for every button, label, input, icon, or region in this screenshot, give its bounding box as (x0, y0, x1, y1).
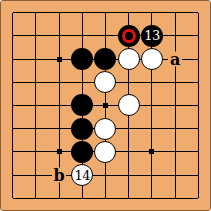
grid-line-vertical (175, 140, 176, 163)
grid-line-vertical (35, 117, 36, 140)
intersection-2-7 (24, 140, 47, 163)
grid-line-vertical (175, 117, 176, 140)
intersection-7-9 (140, 187, 163, 210)
grid-line-horizontal (13, 151, 25, 152)
grid-line-vertical (128, 13, 129, 25)
grid-line-vertical (35, 164, 36, 187)
intersection-2-3 (24, 47, 47, 70)
grid-line-vertical (12, 71, 13, 94)
grid-line-vertical (35, 47, 36, 70)
grid-line-horizontal (13, 128, 25, 129)
grid-line-vertical (175, 13, 176, 25)
intersection-5-8 (94, 164, 117, 187)
grid-line-vertical (12, 164, 13, 187)
hoshi-star-point (57, 57, 62, 62)
grid-line-vertical (175, 94, 176, 117)
intersection-4-4 (71, 71, 94, 94)
grid-line-vertical (35, 187, 36, 199)
intersection-8-9 (164, 187, 187, 210)
grid-line-vertical (175, 24, 176, 47)
black-stone (94, 48, 116, 70)
black-stone (71, 118, 93, 140)
intersection-6-6 (117, 117, 140, 140)
grid-line-horizontal (187, 128, 199, 129)
intersection-5-7 (94, 140, 117, 163)
intersection-9-3 (187, 47, 210, 70)
grid-line-horizontal (13, 175, 25, 176)
intersection-4-1 (71, 1, 94, 24)
intersection-1-7 (1, 140, 24, 163)
grid-line-vertical (151, 71, 152, 94)
intersection-1-3 (1, 47, 24, 70)
intersection-6-8 (117, 164, 140, 187)
grid-line-vertical (105, 164, 106, 187)
grid-line-vertical (198, 94, 199, 117)
grid-line-vertical (59, 13, 60, 25)
grid-line-vertical (35, 140, 36, 163)
intersection-5-9 (94, 187, 117, 210)
grid-line-vertical (59, 24, 60, 47)
grid-line-vertical (105, 13, 106, 25)
move-number: 13 (144, 29, 160, 42)
intersection-3-7 (47, 140, 70, 163)
intersection-3-3 (47, 47, 70, 70)
intersection-4-6 (71, 117, 94, 140)
grid-line-vertical (35, 24, 36, 47)
intersection-3-9 (47, 187, 70, 210)
intersection-3-2 (47, 24, 70, 47)
intersection-7-2: 13 (140, 24, 163, 47)
intersection-8-6 (164, 117, 187, 140)
intersection-4-8: 14 (71, 164, 94, 187)
intersection-7-3 (140, 47, 163, 70)
intersection-1-1 (1, 1, 24, 24)
intersection-3-4 (47, 71, 70, 94)
grid-line-vertical (12, 187, 13, 199)
intersection-6-4 (117, 71, 140, 94)
grid-line-vertical (128, 140, 129, 163)
intersection-7-8 (140, 164, 163, 187)
intersection-6-1 (117, 1, 140, 24)
intersection-3-8: b (47, 164, 70, 187)
intersection-3-5 (47, 94, 70, 117)
grid-line-vertical (12, 13, 13, 25)
grid-line-vertical (35, 94, 36, 117)
intersection-9-4 (187, 71, 210, 94)
intersection-1-4 (1, 71, 24, 94)
intersection-8-5 (164, 94, 187, 117)
intersection-6-3 (117, 47, 140, 70)
grid-line-horizontal (187, 105, 199, 106)
intersection-4-2 (71, 24, 94, 47)
intersection-9-7 (187, 140, 210, 163)
intersection-9-5 (187, 94, 210, 117)
black-stone (71, 141, 93, 163)
grid-line-vertical (59, 187, 60, 199)
grid-line-horizontal (187, 198, 199, 199)
grid-line-vertical (12, 24, 13, 47)
grid-line-vertical (151, 164, 152, 187)
intersection-5-5 (94, 94, 117, 117)
intersection-8-7 (164, 140, 187, 163)
grid-line-vertical (128, 187, 129, 199)
hoshi-star-point (57, 149, 62, 154)
grid-line-horizontal (13, 198, 25, 199)
grid-line-vertical (82, 13, 83, 25)
intersection-2-2 (24, 24, 47, 47)
grid-line-vertical (198, 164, 199, 187)
intersection-2-4 (24, 71, 47, 94)
grid-line-horizontal (13, 82, 25, 83)
grid-line-vertical (128, 117, 129, 140)
grid-line-vertical (151, 94, 152, 117)
grid-line-vertical (151, 13, 152, 25)
white-stone (94, 118, 116, 140)
intersection-3-1 (47, 1, 70, 24)
grid-line-vertical (105, 187, 106, 199)
grid-line-vertical (151, 187, 152, 199)
intersection-9-8 (187, 164, 210, 187)
intersection-1-6 (1, 117, 24, 140)
grid-line-vertical (59, 117, 60, 140)
intersection-4-5 (71, 94, 94, 117)
grid-line-vertical (35, 71, 36, 94)
grid-line-horizontal (13, 59, 25, 60)
intersection-1-2 (1, 24, 24, 47)
white-stone (94, 71, 116, 93)
grid-line-horizontal (187, 82, 199, 83)
grid-line-vertical (12, 140, 13, 163)
point-label-b: b (52, 168, 66, 183)
move-number: 14 (74, 169, 90, 182)
point-label-a: a (168, 52, 182, 67)
grid-line-vertical (128, 164, 129, 187)
intersection-1-5 (1, 94, 24, 117)
intersection-8-2 (164, 24, 187, 47)
grid-line-vertical (198, 187, 199, 199)
grid-line-vertical (198, 47, 199, 70)
go-board: 13ab14 (1, 1, 210, 210)
white-stone (94, 141, 116, 163)
intersection-6-2 (117, 24, 140, 47)
grid-line-vertical (175, 71, 176, 94)
go-board-frame: 13ab14 (0, 0, 211, 211)
intersection-9-6 (187, 117, 210, 140)
grid-line-horizontal (13, 12, 25, 13)
grid-line-vertical (198, 24, 199, 47)
intersection-7-6 (140, 117, 163, 140)
grid-line-vertical (59, 71, 60, 94)
grid-line-horizontal (13, 35, 25, 36)
white-stone (118, 94, 140, 116)
intersection-7-1 (140, 1, 163, 24)
grid-line-vertical (198, 13, 199, 25)
intersection-7-7 (140, 140, 163, 163)
grid-line-vertical (175, 164, 176, 187)
grid-line-horizontal (187, 59, 199, 60)
black-stone (71, 94, 93, 116)
intersection-5-6 (94, 117, 117, 140)
intersection-5-4 (94, 71, 117, 94)
intersection-5-1 (94, 1, 117, 24)
grid-line-horizontal (187, 151, 199, 152)
intersection-8-3: a (164, 47, 187, 70)
intersection-4-3 (71, 47, 94, 70)
intersection-7-5 (140, 94, 163, 117)
black-stone: 13 (141, 25, 163, 47)
grid-line-vertical (35, 13, 36, 25)
grid-line-vertical (59, 94, 60, 117)
grid-line-horizontal (187, 175, 199, 176)
grid-line-horizontal (187, 35, 199, 36)
grid-line-vertical (82, 71, 83, 94)
intersection-6-7 (117, 140, 140, 163)
intersection-4-7 (71, 140, 94, 163)
intersection-9-2 (187, 24, 210, 47)
grid-line-vertical (82, 24, 83, 47)
black-stone (118, 25, 140, 47)
intersection-5-2 (94, 24, 117, 47)
intersection-1-8 (1, 164, 24, 187)
grid-line-vertical (198, 71, 199, 94)
intersection-2-8 (24, 164, 47, 187)
intersection-3-6 (47, 117, 70, 140)
grid-line-horizontal (187, 12, 199, 13)
white-stone: 14 (71, 164, 93, 186)
white-stone (118, 48, 140, 70)
grid-line-vertical (105, 24, 106, 47)
intersection-5-3 (94, 47, 117, 70)
intersection-7-4 (140, 71, 163, 94)
intersection-6-5 (117, 94, 140, 117)
intersection-6-9 (117, 187, 140, 210)
intersection-9-1 (187, 1, 210, 24)
intersection-8-8 (164, 164, 187, 187)
grid-line-vertical (82, 187, 83, 199)
white-stone (141, 48, 163, 70)
grid-line-vertical (12, 117, 13, 140)
intersection-4-9 (71, 187, 94, 210)
grid-line-vertical (12, 94, 13, 117)
intersection-9-9 (187, 187, 210, 210)
grid-line-vertical (151, 117, 152, 140)
intersection-2-9 (24, 187, 47, 210)
grid-line-vertical (12, 47, 13, 70)
hoshi-star-point (103, 103, 108, 108)
intersection-2-6 (24, 117, 47, 140)
circle-mark-icon (122, 29, 136, 43)
intersection-1-9 (1, 187, 24, 210)
intersection-8-4 (164, 71, 187, 94)
intersection-2-5 (24, 94, 47, 117)
hoshi-star-point (149, 149, 154, 154)
grid-line-horizontal (13, 105, 25, 106)
grid-line-vertical (175, 187, 176, 199)
grid-line-vertical (198, 117, 199, 140)
grid-line-vertical (128, 71, 129, 94)
intersection-8-1 (164, 1, 187, 24)
grid-line-vertical (198, 140, 199, 163)
black-stone (71, 48, 93, 70)
intersection-2-1 (24, 1, 47, 24)
